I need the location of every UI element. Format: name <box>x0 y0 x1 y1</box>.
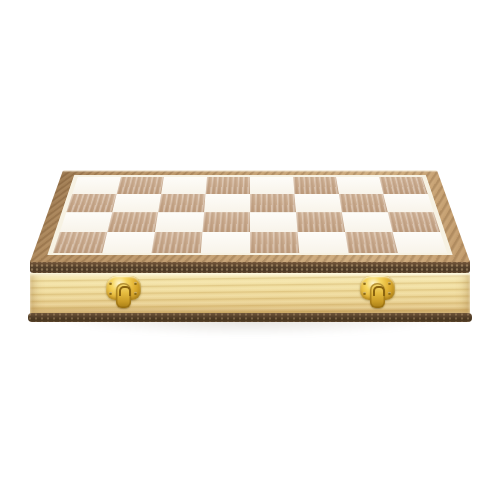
screw-icon <box>388 292 391 295</box>
board-square-r4c5 <box>250 232 299 253</box>
screw-icon <box>363 292 366 295</box>
board-square-r3c1 <box>60 212 112 232</box>
board-square-r1c1 <box>72 177 121 194</box>
board-square-r4c6 <box>298 232 349 253</box>
chess-box-front-panel <box>30 273 470 313</box>
latch-arch <box>119 286 131 296</box>
board-square-r3c6 <box>296 212 345 232</box>
board-square-r2c2 <box>112 194 161 212</box>
board-square-r2c8 <box>383 194 433 212</box>
board-square-r4c2 <box>102 232 155 253</box>
screw-icon <box>134 292 137 295</box>
board-square-r1c7 <box>336 177 383 194</box>
board-square-r1c6 <box>293 177 339 194</box>
brass-latch-right <box>359 276 396 309</box>
board-square-r2c4 <box>204 194 250 212</box>
board-square-r2c1 <box>66 194 116 212</box>
board-square-r4c3 <box>151 232 202 253</box>
board-square-r2c7 <box>339 194 388 212</box>
screw-icon <box>109 292 112 295</box>
chessboard-lid <box>30 170 470 262</box>
board-square-r3c4 <box>202 212 250 232</box>
board-square-r3c2 <box>107 212 158 232</box>
latch-arch <box>373 286 385 296</box>
product-photo-canvas <box>0 0 500 500</box>
board-square-r3c8 <box>388 212 440 232</box>
board-square-r3c5 <box>250 212 298 232</box>
box-bottom-edge <box>28 313 472 322</box>
board-square-r1c4 <box>206 177 250 194</box>
board-square-r4c7 <box>345 232 398 253</box>
board-square-r1c8 <box>379 177 428 194</box>
board-square-r1c5 <box>250 177 294 194</box>
board-square-r3c7 <box>342 212 393 232</box>
board-cream-margin <box>47 175 452 255</box>
board-square-r2c5 <box>250 194 296 212</box>
screw-icon <box>363 282 366 285</box>
board-square-r3c3 <box>155 212 204 232</box>
board-square-r4c8 <box>393 232 447 253</box>
board-square-r2c3 <box>158 194 205 212</box>
board-square-r2c6 <box>294 194 341 212</box>
brass-latch-left <box>105 276 142 309</box>
screw-icon <box>109 282 112 285</box>
board-square-r4c1 <box>53 232 107 253</box>
board-grid <box>53 177 447 253</box>
screw-icon <box>388 282 391 285</box>
screw-icon <box>134 282 137 285</box>
board-square-r4c4 <box>201 232 250 253</box>
board-square-r1c3 <box>161 177 207 194</box>
board-square-r1c2 <box>117 177 164 194</box>
